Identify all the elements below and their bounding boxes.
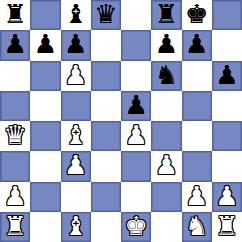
white-rook[interactable]: ♜ xyxy=(215,213,238,239)
square-f7[interactable]: ♟ xyxy=(151,30,181,60)
square-d2[interactable] xyxy=(91,182,121,212)
white-pawn[interactable]: ♟ xyxy=(155,152,178,178)
square-h6[interactable]: ♟ xyxy=(212,61,242,91)
square-a8[interactable]: ♜ xyxy=(0,0,30,30)
white-pawn[interactable]: ♟ xyxy=(215,183,238,209)
square-c6[interactable]: ♟ xyxy=(61,61,91,91)
square-h2[interactable]: ♟ xyxy=(212,182,242,212)
square-e1[interactable]: ♚ xyxy=(121,212,151,242)
square-c7[interactable]: ♟ xyxy=(61,30,91,60)
square-a4[interactable]: ♛ xyxy=(0,121,30,151)
square-f5[interactable] xyxy=(151,91,181,121)
square-c5[interactable] xyxy=(61,91,91,121)
square-a6[interactable] xyxy=(0,61,30,91)
square-d1[interactable] xyxy=(91,212,121,242)
square-e7[interactable] xyxy=(121,30,151,60)
white-pawn[interactable]: ♟ xyxy=(64,152,87,178)
square-b1[interactable] xyxy=(30,212,60,242)
square-h5[interactable] xyxy=(212,91,242,121)
black-knight[interactable]: ♞ xyxy=(155,62,178,88)
square-e3[interactable] xyxy=(121,151,151,181)
square-f8[interactable]: ♜ xyxy=(151,0,181,30)
square-a5[interactable] xyxy=(0,91,30,121)
square-c8[interactable]: ♝ xyxy=(61,0,91,30)
square-g8[interactable]: ♚ xyxy=(182,0,212,30)
square-b4[interactable] xyxy=(30,121,60,151)
square-b3[interactable] xyxy=(30,151,60,181)
square-f1[interactable] xyxy=(151,212,181,242)
black-pawn[interactable]: ♟ xyxy=(155,31,178,57)
square-d4[interactable] xyxy=(91,121,121,151)
black-king[interactable]: ♚ xyxy=(185,1,208,27)
square-h7[interactable] xyxy=(212,30,242,60)
white-knight[interactable]: ♞ xyxy=(185,213,208,239)
square-a1[interactable]: ♜ xyxy=(0,212,30,242)
square-f6[interactable]: ♞ xyxy=(151,61,181,91)
white-bishop[interactable]: ♝ xyxy=(64,213,87,239)
black-pawn[interactable]: ♟ xyxy=(124,92,147,118)
chess-board: ♜♝♛♜♚♟♟♟♟♟♟♞♟♟♛♝♟♟♟♟♟♟♜♝♚♞♜ xyxy=(0,0,242,242)
square-f4[interactable] xyxy=(151,121,181,151)
square-e8[interactable] xyxy=(121,0,151,30)
square-d6[interactable] xyxy=(91,61,121,91)
black-pawn[interactable]: ♟ xyxy=(215,62,238,88)
black-pawn[interactable]: ♟ xyxy=(34,31,57,57)
black-rook[interactable]: ♜ xyxy=(3,1,26,27)
square-d7[interactable] xyxy=(91,30,121,60)
square-e4[interactable]: ♟ xyxy=(121,121,151,151)
square-b8[interactable] xyxy=(30,0,60,30)
black-queen[interactable]: ♛ xyxy=(94,1,117,27)
square-b6[interactable] xyxy=(30,61,60,91)
square-b2[interactable] xyxy=(30,182,60,212)
black-pawn[interactable]: ♟ xyxy=(3,31,26,57)
square-g6[interactable] xyxy=(182,61,212,91)
square-d8[interactable]: ♛ xyxy=(91,0,121,30)
square-h3[interactable] xyxy=(212,151,242,181)
square-c3[interactable]: ♟ xyxy=(61,151,91,181)
square-f3[interactable]: ♟ xyxy=(151,151,181,181)
square-d5[interactable] xyxy=(91,91,121,121)
square-h1[interactable]: ♜ xyxy=(212,212,242,242)
white-pawn[interactable]: ♟ xyxy=(3,183,26,209)
square-c2[interactable] xyxy=(61,182,91,212)
white-king[interactable]: ♚ xyxy=(124,213,147,239)
square-g2[interactable]: ♟ xyxy=(182,182,212,212)
square-a7[interactable]: ♟ xyxy=(0,30,30,60)
white-pawn[interactable]: ♟ xyxy=(64,62,87,88)
white-rook[interactable]: ♜ xyxy=(3,213,26,239)
black-rook[interactable]: ♜ xyxy=(155,1,178,27)
square-a3[interactable] xyxy=(0,151,30,181)
square-e2[interactable] xyxy=(121,182,151,212)
white-pawn[interactable]: ♟ xyxy=(185,183,208,209)
black-pawn[interactable]: ♟ xyxy=(64,31,87,57)
square-b7[interactable]: ♟ xyxy=(30,30,60,60)
white-queen[interactable]: ♛ xyxy=(3,122,26,148)
square-g5[interactable] xyxy=(182,91,212,121)
square-h8[interactable] xyxy=(212,0,242,30)
black-bishop[interactable]: ♝ xyxy=(64,1,87,27)
square-g3[interactable] xyxy=(182,151,212,181)
white-pawn[interactable]: ♟ xyxy=(124,122,147,148)
square-g7[interactable]: ♟ xyxy=(182,30,212,60)
square-e6[interactable] xyxy=(121,61,151,91)
white-bishop[interactable]: ♝ xyxy=(64,122,87,148)
square-f2[interactable] xyxy=(151,182,181,212)
square-h4[interactable] xyxy=(212,121,242,151)
square-d3[interactable] xyxy=(91,151,121,181)
black-pawn[interactable]: ♟ xyxy=(185,31,208,57)
square-b5[interactable] xyxy=(30,91,60,121)
square-c4[interactable]: ♝ xyxy=(61,121,91,151)
square-g1[interactable]: ♞ xyxy=(182,212,212,242)
square-e5[interactable]: ♟ xyxy=(121,91,151,121)
square-g4[interactable] xyxy=(182,121,212,151)
square-a2[interactable]: ♟ xyxy=(0,182,30,212)
square-c1[interactable]: ♝ xyxy=(61,212,91,242)
